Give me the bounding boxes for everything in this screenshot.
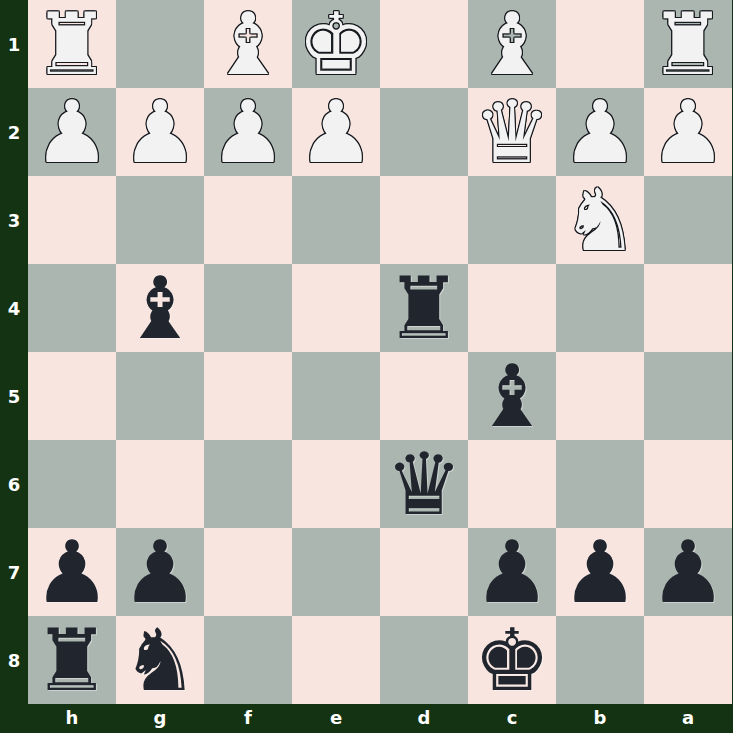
file-label-c: c (468, 704, 556, 733)
square-f7[interactable] (204, 528, 292, 616)
rank-labels-column: 12345678 (0, 0, 28, 704)
rank-label-4: 4 (0, 264, 28, 352)
square-d4[interactable]: ♜ (380, 264, 468, 352)
square-b1[interactable] (556, 0, 644, 88)
square-b5[interactable] (556, 352, 644, 440)
file-label-g: g (116, 704, 204, 733)
square-g1[interactable] (116, 0, 204, 88)
chess-board-screen: 12345678 ♜♝♚♝♜♟♟♟♟♛♟♟♞♝♜♝♛♟♟♟♟♟♜♞♚ hgfed… (0, 0, 733, 733)
black-king[interactable]: ♚ (473, 616, 550, 704)
square-e7[interactable] (292, 528, 380, 616)
file-label-f: f (204, 704, 292, 733)
square-f1[interactable]: ♝ (204, 0, 292, 88)
square-e6[interactable] (292, 440, 380, 528)
square-h2[interactable]: ♟ (28, 88, 116, 176)
square-g5[interactable] (116, 352, 204, 440)
square-h4[interactable] (28, 264, 116, 352)
square-a8[interactable] (644, 616, 732, 704)
rank-label-1: 1 (0, 0, 28, 88)
black-bishop[interactable]: ♝ (473, 352, 550, 440)
square-f8[interactable] (204, 616, 292, 704)
white-pawn[interactable]: ♟ (297, 88, 374, 176)
square-a4[interactable] (644, 264, 732, 352)
square-c6[interactable] (468, 440, 556, 528)
square-d3[interactable] (380, 176, 468, 264)
black-knight[interactable]: ♞ (121, 616, 198, 704)
square-b4[interactable] (556, 264, 644, 352)
square-a5[interactable] (644, 352, 732, 440)
black-pawn[interactable]: ♟ (33, 528, 110, 616)
square-h8[interactable]: ♜ (28, 616, 116, 704)
square-g7[interactable]: ♟ (116, 528, 204, 616)
square-g4[interactable]: ♝ (116, 264, 204, 352)
square-c8[interactable]: ♚ (468, 616, 556, 704)
file-label-e: e (292, 704, 380, 733)
square-b3[interactable]: ♞ (556, 176, 644, 264)
white-pawn[interactable]: ♟ (33, 88, 110, 176)
square-h6[interactable] (28, 440, 116, 528)
square-f5[interactable] (204, 352, 292, 440)
square-f3[interactable] (204, 176, 292, 264)
square-a6[interactable] (644, 440, 732, 528)
square-d5[interactable] (380, 352, 468, 440)
square-a1[interactable]: ♜ (644, 0, 732, 88)
square-b7[interactable]: ♟ (556, 528, 644, 616)
square-a7[interactable]: ♟ (644, 528, 732, 616)
square-e1[interactable]: ♚ (292, 0, 380, 88)
square-h3[interactable] (28, 176, 116, 264)
square-a2[interactable]: ♟ (644, 88, 732, 176)
square-f4[interactable] (204, 264, 292, 352)
square-d7[interactable] (380, 528, 468, 616)
black-pawn[interactable]: ♟ (121, 528, 198, 616)
white-pawn[interactable]: ♟ (209, 88, 286, 176)
square-d2[interactable] (380, 88, 468, 176)
white-pawn[interactable]: ♟ (121, 88, 198, 176)
square-e3[interactable] (292, 176, 380, 264)
file-labels-row: hgfedcba (28, 704, 732, 733)
square-g3[interactable] (116, 176, 204, 264)
square-d1[interactable] (380, 0, 468, 88)
file-label-d: d (380, 704, 468, 733)
square-e4[interactable] (292, 264, 380, 352)
square-e8[interactable] (292, 616, 380, 704)
white-pawn[interactable]: ♟ (561, 88, 638, 176)
square-g6[interactable] (116, 440, 204, 528)
square-c1[interactable]: ♝ (468, 0, 556, 88)
square-b6[interactable] (556, 440, 644, 528)
file-label-a: a (644, 704, 732, 733)
black-rook[interactable]: ♜ (33, 616, 110, 704)
rank-label-3: 3 (0, 176, 28, 264)
white-rook[interactable]: ♜ (649, 0, 726, 88)
chess-board: ♜♝♚♝♜♟♟♟♟♛♟♟♞♝♜♝♛♟♟♟♟♟♜♞♚ (28, 0, 732, 704)
square-h7[interactable]: ♟ (28, 528, 116, 616)
rank-label-5: 5 (0, 352, 28, 440)
black-queen[interactable]: ♛ (385, 440, 462, 528)
square-b8[interactable] (556, 616, 644, 704)
black-pawn[interactable]: ♟ (649, 528, 726, 616)
black-pawn[interactable]: ♟ (473, 528, 550, 616)
square-g8[interactable]: ♞ (116, 616, 204, 704)
file-label-h: h (28, 704, 116, 733)
rank-label-2: 2 (0, 88, 28, 176)
square-f2[interactable]: ♟ (204, 88, 292, 176)
square-h1[interactable]: ♜ (28, 0, 116, 88)
square-a3[interactable] (644, 176, 732, 264)
rank-label-8: 8 (0, 616, 28, 704)
file-label-b: b (556, 704, 644, 733)
square-c7[interactable]: ♟ (468, 528, 556, 616)
black-bishop[interactable]: ♝ (121, 264, 198, 352)
rank-label-7: 7 (0, 528, 28, 616)
white-queen[interactable]: ♛ (473, 88, 550, 176)
square-e2[interactable]: ♟ (292, 88, 380, 176)
white-knight[interactable]: ♞ (561, 176, 638, 264)
white-bishop[interactable]: ♝ (209, 0, 286, 88)
black-pawn[interactable]: ♟ (561, 528, 638, 616)
white-bishop[interactable]: ♝ (473, 0, 550, 88)
square-h5[interactable] (28, 352, 116, 440)
white-king[interactable]: ♚ (297, 0, 374, 88)
square-b2[interactable]: ♟ (556, 88, 644, 176)
rank-label-6: 6 (0, 440, 28, 528)
white-rook[interactable]: ♜ (33, 0, 110, 88)
square-c2[interactable]: ♛ (468, 88, 556, 176)
white-pawn[interactable]: ♟ (649, 88, 726, 176)
square-e5[interactable] (292, 352, 380, 440)
square-g2[interactable]: ♟ (116, 88, 204, 176)
square-c4[interactable] (468, 264, 556, 352)
square-c5[interactable]: ♝ (468, 352, 556, 440)
black-rook[interactable]: ♜ (385, 264, 462, 352)
square-d6[interactable]: ♛ (380, 440, 468, 528)
square-d8[interactable] (380, 616, 468, 704)
square-c3[interactable] (468, 176, 556, 264)
square-f6[interactable] (204, 440, 292, 528)
